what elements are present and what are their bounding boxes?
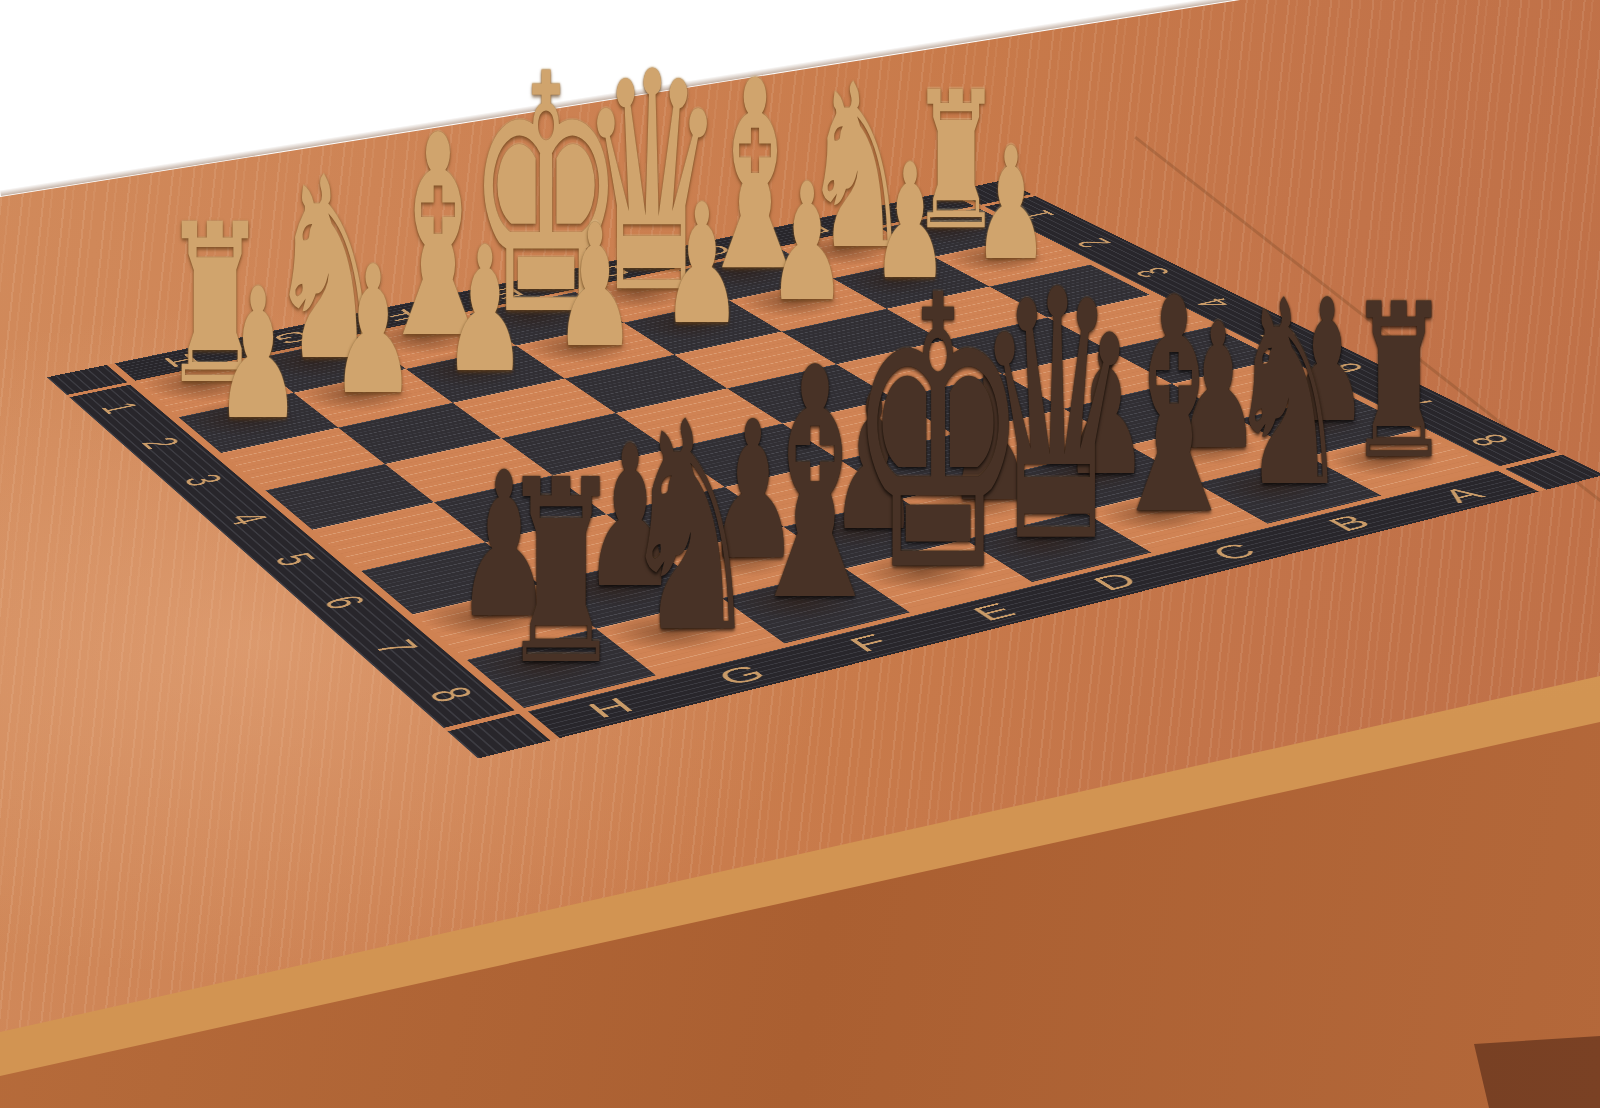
white-pawn-g2[interactable]: ♟ bbox=[330, 244, 415, 421]
white-pawn-e2[interactable]: ♟ bbox=[554, 203, 636, 372]
black-knight-g8[interactable]: ♞ bbox=[620, 385, 759, 674]
black-rook-a8[interactable]: ♜ bbox=[1348, 277, 1451, 490]
black-rook-h8[interactable]: ♜ bbox=[500, 447, 622, 700]
black-bishop-f8[interactable]: ♝ bbox=[738, 328, 892, 647]
white-pawn-f2[interactable]: ♟ bbox=[443, 223, 526, 396]
white-pawn-d2[interactable]: ♟ bbox=[662, 183, 742, 349]
white-pawn-h2[interactable]: ♟ bbox=[214, 265, 301, 446]
scene: HH11GG22FF33EE44DD55CC66BB77AA88 ♜♞♝♛♚♝♞… bbox=[0, 0, 1600, 1108]
